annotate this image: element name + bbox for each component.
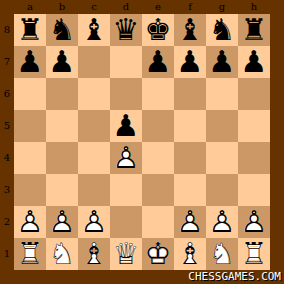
square-f7[interactable]: ♟ — [174, 46, 206, 78]
white-queen[interactable]: ♕ — [110, 238, 142, 270]
square-f2[interactable]: ♟♙ — [174, 206, 206, 238]
square-h3[interactable] — [238, 174, 270, 206]
black-pawn[interactable]: ♟ — [206, 46, 238, 78]
square-d3[interactable] — [110, 174, 142, 206]
white-pawn[interactable]: ♙ — [238, 206, 270, 238]
black-rook[interactable]: ♜ — [238, 14, 270, 46]
rank-label-4: 4 — [0, 142, 14, 174]
rank-label-3: 3 — [0, 174, 14, 206]
rank-label-7: 7 — [0, 46, 14, 78]
square-f5[interactable] — [174, 110, 206, 142]
white-knight[interactable]: ♘ — [206, 238, 238, 270]
black-knight[interactable]: ♞ — [46, 14, 78, 46]
square-c7[interactable] — [78, 46, 110, 78]
white-pawn[interactable]: ♙ — [206, 206, 238, 238]
square-c8[interactable]: ♝ — [78, 14, 110, 46]
square-b4[interactable] — [46, 142, 78, 174]
square-d7[interactable] — [110, 46, 142, 78]
square-e8[interactable]: ♚ — [142, 14, 174, 46]
black-bishop[interactable]: ♝ — [78, 14, 110, 46]
square-e2[interactable] — [142, 206, 174, 238]
white-pawn[interactable]: ♙ — [78, 206, 110, 238]
square-b5[interactable] — [46, 110, 78, 142]
rank-label-2: 2 — [0, 206, 14, 238]
rank-label-5: 5 — [0, 110, 14, 142]
square-e6[interactable] — [142, 78, 174, 110]
square-h5[interactable] — [238, 110, 270, 142]
square-g1[interactable]: ♞♘ — [206, 238, 238, 270]
rank-label-8: 8 — [0, 14, 14, 46]
white-bishop[interactable]: ♗ — [174, 238, 206, 270]
rank-label-6: 6 — [0, 78, 14, 110]
black-pawn[interactable]: ♟ — [238, 46, 270, 78]
black-pawn[interactable]: ♟ — [14, 46, 46, 78]
square-h2[interactable]: ♟♙ — [238, 206, 270, 238]
white-pawn[interactable]: ♙ — [110, 142, 142, 174]
square-d1[interactable]: ♛♕ — [110, 238, 142, 270]
square-f1[interactable]: ♝♗ — [174, 238, 206, 270]
square-b8[interactable]: ♞ — [46, 14, 78, 46]
square-h7[interactable]: ♟ — [238, 46, 270, 78]
square-c6[interactable] — [78, 78, 110, 110]
black-king[interactable]: ♚ — [142, 14, 174, 46]
square-g6[interactable] — [206, 78, 238, 110]
white-pawn[interactable]: ♙ — [46, 206, 78, 238]
white-pawn[interactable]: ♙ — [174, 206, 206, 238]
square-b1[interactable]: ♞♘ — [46, 238, 78, 270]
square-e7[interactable]: ♟ — [142, 46, 174, 78]
square-c1[interactable]: ♝♗ — [78, 238, 110, 270]
square-d5[interactable]: ♟ — [110, 110, 142, 142]
black-pawn[interactable]: ♟ — [142, 46, 174, 78]
black-knight[interactable]: ♞ — [206, 14, 238, 46]
white-pawn[interactable]: ♙ — [14, 206, 46, 238]
black-pawn[interactable]: ♟ — [46, 46, 78, 78]
chess-board[interactable]: ♜♞♝♛♚♝♞♜♟♟♟♟♟♟♟♟♙♟♙♟♙♟♙♟♙♟♙♟♙♜♖♞♘♝♗♛♕♚♔♝… — [14, 14, 270, 270]
square-b2[interactable]: ♟♙ — [46, 206, 78, 238]
black-bishop[interactable]: ♝ — [174, 14, 206, 46]
square-b7[interactable]: ♟ — [46, 46, 78, 78]
square-g2[interactable]: ♟♙ — [206, 206, 238, 238]
white-bishop[interactable]: ♗ — [78, 238, 110, 270]
square-e1[interactable]: ♚♔ — [142, 238, 174, 270]
square-a1[interactable]: ♜♖ — [14, 238, 46, 270]
square-g5[interactable] — [206, 110, 238, 142]
square-a5[interactable] — [14, 110, 46, 142]
square-c3[interactable] — [78, 174, 110, 206]
square-h8[interactable]: ♜ — [238, 14, 270, 46]
white-knight[interactable]: ♘ — [46, 238, 78, 270]
square-g8[interactable]: ♞ — [206, 14, 238, 46]
square-e5[interactable] — [142, 110, 174, 142]
square-h6[interactable] — [238, 78, 270, 110]
square-f3[interactable] — [174, 174, 206, 206]
square-a2[interactable]: ♟♙ — [14, 206, 46, 238]
black-pawn[interactable]: ♟ — [174, 46, 206, 78]
square-e4[interactable] — [142, 142, 174, 174]
square-d2[interactable] — [110, 206, 142, 238]
square-c5[interactable] — [78, 110, 110, 142]
rank-label-1: 1 — [0, 238, 14, 270]
square-f6[interactable] — [174, 78, 206, 110]
square-d4[interactable]: ♟♙ — [110, 142, 142, 174]
black-queen[interactable]: ♛ — [110, 14, 142, 46]
square-a8[interactable]: ♜ — [14, 14, 46, 46]
square-c2[interactable]: ♟♙ — [78, 206, 110, 238]
black-pawn[interactable]: ♟ — [110, 110, 142, 142]
square-f4[interactable] — [174, 142, 206, 174]
square-a3[interactable] — [14, 174, 46, 206]
square-g3[interactable] — [206, 174, 238, 206]
white-rook[interactable]: ♖ — [238, 238, 270, 270]
square-d6[interactable] — [110, 78, 142, 110]
chess-board-frame: abcdefgh 87654321 ♜♞♝♛♚♝♞♜♟♟♟♟♟♟♟♟♙♟♙♟♙♟… — [0, 0, 284, 284]
square-h1[interactable]: ♜♖ — [238, 238, 270, 270]
square-a4[interactable] — [14, 142, 46, 174]
white-rook[interactable]: ♖ — [14, 238, 46, 270]
square-h4[interactable] — [238, 142, 270, 174]
square-g7[interactable]: ♟ — [206, 46, 238, 78]
square-a6[interactable] — [14, 78, 46, 110]
square-b3[interactable] — [46, 174, 78, 206]
square-b6[interactable] — [46, 78, 78, 110]
rank-labels: 87654321 — [0, 14, 14, 270]
square-g4[interactable] — [206, 142, 238, 174]
square-d8[interactable]: ♛ — [110, 14, 142, 46]
square-c4[interactable] — [78, 142, 110, 174]
black-rook[interactable]: ♜ — [14, 14, 46, 46]
square-a7[interactable]: ♟ — [14, 46, 46, 78]
white-king[interactable]: ♔ — [142, 238, 174, 270]
square-e3[interactable] — [142, 174, 174, 206]
chessgames-brand-text: CHESSGAMES.COM — [188, 270, 281, 283]
square-f8[interactable]: ♝ — [174, 14, 206, 46]
